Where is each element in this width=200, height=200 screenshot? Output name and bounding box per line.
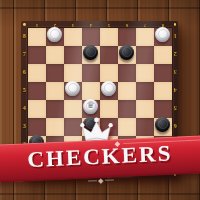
square-r4c8[interactable]	[154, 82, 172, 100]
square-r2c3[interactable]	[64, 46, 82, 64]
coord-right-3: 3	[172, 65, 179, 79]
square-r1c7[interactable]	[136, 28, 154, 46]
coord-right-5: 5	[172, 101, 179, 115]
coord-right-6: 6	[172, 119, 179, 133]
white-piece[interactable]	[65, 81, 80, 96]
square-r6c1[interactable]	[28, 118, 46, 136]
ornament-line	[105, 179, 114, 180]
square-r1c5[interactable]	[100, 28, 118, 46]
square-r3c1[interactable]	[28, 64, 46, 82]
square-r2c7[interactable]	[136, 46, 154, 64]
king-crown-icon: ♛	[83, 99, 98, 114]
checkers-splash: ♛876543211234567812345678 CHECKERS	[0, 0, 200, 200]
square-r5c7[interactable]	[136, 100, 154, 118]
white-king-piece[interactable]: ♛	[83, 99, 98, 114]
square-r3c3[interactable]	[64, 64, 82, 82]
square-r2c2[interactable]	[46, 46, 64, 64]
square-r3c6[interactable]	[118, 64, 136, 82]
square-r3c7[interactable]	[136, 64, 154, 82]
coord-right-4: 4	[172, 83, 179, 97]
square-r5c6[interactable]	[118, 100, 136, 118]
square-r6c7[interactable]	[136, 118, 154, 136]
square-r2c1[interactable]	[28, 46, 46, 64]
square-r4c7[interactable]	[136, 82, 154, 100]
square-r3c8[interactable]	[154, 64, 172, 82]
black-piece[interactable]	[83, 45, 98, 60]
white-piece[interactable]	[101, 81, 116, 96]
square-r5c5[interactable]	[100, 100, 118, 118]
square-r4c2[interactable]	[46, 82, 64, 100]
square-r5c8[interactable]	[154, 100, 172, 118]
square-r1c4[interactable]	[82, 28, 100, 46]
square-r2c5[interactable]	[100, 46, 118, 64]
white-piece[interactable]	[47, 27, 62, 42]
square-r1c6[interactable]	[118, 28, 136, 46]
frame-stud-icon	[174, 23, 177, 26]
black-piece[interactable]	[119, 45, 134, 60]
white-piece[interactable]	[155, 27, 170, 42]
square-r3c5[interactable]	[100, 64, 118, 82]
black-piece[interactable]	[155, 117, 170, 132]
square-r5c3[interactable]	[64, 100, 82, 118]
square-r3c2[interactable]	[46, 64, 64, 82]
coord-right-1: 1	[172, 29, 179, 43]
square-r1c3[interactable]	[64, 28, 82, 46]
square-r2c8[interactable]	[154, 46, 172, 64]
square-r6c2[interactable]	[46, 118, 64, 136]
square-r4c4[interactable]	[82, 82, 100, 100]
ornament-line	[88, 179, 97, 180]
square-r6c6[interactable]	[118, 118, 136, 136]
square-r5c1[interactable]	[28, 100, 46, 118]
frame-stud-icon	[23, 23, 26, 26]
square-r4c1[interactable]	[28, 82, 46, 100]
square-r3c4[interactable]	[82, 64, 100, 82]
square-r5c2[interactable]	[46, 100, 64, 118]
square-r4c6[interactable]	[118, 82, 136, 100]
square-r1c1[interactable]	[28, 28, 46, 46]
coord-right-2: 2	[172, 47, 179, 61]
